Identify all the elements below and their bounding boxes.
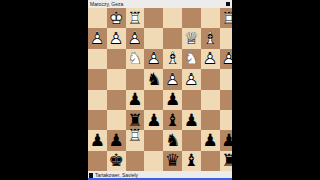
square-g1[interactable]: ♚♔: [107, 8, 126, 28]
square-a1[interactable]: ♜♖: [220, 8, 232, 28]
square-c3[interactable]: ♞♘: [182, 49, 201, 69]
white-king[interactable]: ♚♔: [109, 10, 124, 27]
white-pawn[interactable]: ♟♙: [165, 71, 180, 88]
white-rook[interactable]: ♜♖: [127, 10, 142, 27]
square-e4[interactable]: ♞: [144, 69, 163, 89]
top-player-color-icon: [226, 2, 230, 6]
square-e1[interactable]: [144, 8, 163, 28]
square-b2[interactable]: ♝♗: [201, 28, 220, 48]
square-g7[interactable]: ♟: [107, 130, 126, 150]
square-c1[interactable]: [182, 8, 201, 28]
black-bishop[interactable]: ♝: [165, 112, 180, 129]
white-knight[interactable]: ♞♘: [184, 50, 199, 67]
square-c6[interactable]: ♟: [182, 110, 201, 130]
square-e6[interactable]: ♟: [144, 110, 163, 130]
square-a7[interactable]: ♟: [220, 130, 232, 150]
square-c4[interactable]: ♟♙: [182, 69, 201, 89]
square-e8[interactable]: [144, 151, 163, 171]
square-d5[interactable]: ♟: [163, 90, 182, 110]
square-f2[interactable]: ♟♙: [126, 28, 145, 48]
square-a5[interactable]: [220, 90, 232, 110]
white-pawn[interactable]: ♟♙: [221, 50, 232, 67]
white-pawn[interactable]: ♟♙: [184, 71, 199, 88]
black-pawn[interactable]: ♟: [165, 91, 180, 108]
square-e2[interactable]: [144, 28, 163, 48]
square-a3[interactable]: ♟♙: [220, 49, 232, 69]
square-g6[interactable]: [107, 110, 126, 130]
chessboard: ♚♔♜♖♜♖♟♙♟♙♟♙♛♕♝♗♞♘♟♙♝♗♞♘♟♙♟♙♞♟♙♟♙♟♟♜♟♝♟♟…: [88, 8, 232, 171]
white-rook[interactable]: ♜♖: [221, 10, 232, 27]
square-d8[interactable]: ♛: [163, 151, 182, 171]
square-f8[interactable]: [126, 151, 145, 171]
square-a4[interactable]: [220, 69, 232, 89]
square-d7[interactable]: ♞: [163, 130, 182, 150]
square-b3[interactable]: ♟♙: [201, 49, 220, 69]
square-h5[interactable]: [88, 90, 107, 110]
square-b5[interactable]: [201, 90, 220, 110]
square-g8[interactable]: ♚: [107, 151, 126, 171]
board-viewport: ♚♔♜♖♜♖♟♙♟♙♟♙♛♕♝♗♞♘♟♙♝♗♞♘♟♙♟♙♞♟♙♟♙♟♟♜♟♝♟♟…: [88, 8, 232, 171]
square-d1[interactable]: [163, 8, 182, 28]
square-b6[interactable]: [201, 110, 220, 130]
square-g4[interactable]: [107, 69, 126, 89]
black-knight[interactable]: ♞: [146, 71, 161, 88]
square-h1[interactable]: [88, 8, 107, 28]
square-h3[interactable]: [88, 49, 107, 69]
white-pawn[interactable]: ♟♙: [146, 50, 161, 67]
black-queen[interactable]: ♛: [165, 152, 180, 169]
square-a6[interactable]: [220, 110, 232, 130]
white-bishop[interactable]: ♝♗: [165, 50, 180, 67]
square-g2[interactable]: ♟♙: [107, 28, 126, 48]
square-h2[interactable]: ♟♙: [88, 28, 107, 48]
black-pawn[interactable]: ♟: [127, 91, 142, 108]
square-c7[interactable]: [182, 130, 201, 150]
white-rook[interactable]: ♜♖: [127, 127, 142, 144]
square-c8[interactable]: ♝: [182, 151, 201, 171]
white-pawn[interactable]: ♟♙: [127, 30, 142, 47]
black-pawn[interactable]: ♟: [221, 132, 232, 149]
bottom-player-name: Tartakower, Saviely: [95, 172, 232, 178]
white-pawn[interactable]: ♟♙: [90, 30, 105, 47]
square-h4[interactable]: [88, 69, 107, 89]
square-e7[interactable]: [144, 130, 163, 150]
square-e5[interactable]: [144, 90, 163, 110]
black-rook[interactable]: ♜: [221, 152, 232, 169]
square-f5[interactable]: ♟: [126, 90, 145, 110]
square-h6[interactable]: [88, 110, 107, 130]
square-f1[interactable]: ♜♖: [126, 8, 145, 28]
black-pawn[interactable]: ♟: [109, 132, 124, 149]
square-e3[interactable]: ♟♙: [144, 49, 163, 69]
square-d3[interactable]: ♝♗: [163, 49, 182, 69]
square-d4[interactable]: ♟♙: [163, 69, 182, 89]
square-h7[interactable]: ♟: [88, 130, 107, 150]
square-a2[interactable]: [220, 28, 232, 48]
square-b1[interactable]: [201, 8, 220, 28]
black-knight[interactable]: ♞: [165, 132, 180, 149]
square-d6[interactable]: ♝: [163, 110, 182, 130]
square-b4[interactable]: [201, 69, 220, 89]
square-f4[interactable]: [126, 69, 145, 89]
square-h8[interactable]: [88, 151, 107, 171]
square-f7[interactable]: ♜♖: [126, 130, 145, 150]
black-pawn[interactable]: ♟: [90, 132, 105, 149]
progress-line: [88, 178, 232, 180]
black-bishop[interactable]: ♝: [184, 152, 199, 169]
square-f3[interactable]: ♞♘: [126, 49, 145, 69]
white-knight[interactable]: ♞♘: [127, 50, 142, 67]
square-c2[interactable]: ♛♕: [182, 28, 201, 48]
square-c5[interactable]: [182, 90, 201, 110]
square-d2[interactable]: [163, 28, 182, 48]
black-pawn[interactable]: ♟: [184, 112, 199, 129]
white-queen[interactable]: ♛♕: [184, 30, 199, 47]
square-b8[interactable]: [201, 151, 220, 171]
white-bishop[interactable]: ♝♗: [203, 30, 218, 47]
app-window: Maroczy, Geza ♚♔♜♖♜♖♟♙♟♙♟♙♛♕♝♗♞♘♟♙♝♗♞♘♟♙…: [0, 0, 320, 180]
top-player-bar: Maroczy, Geza: [88, 0, 232, 8]
white-pawn[interactable]: ♟♙: [109, 30, 124, 47]
bottom-player-color-icon: [89, 173, 93, 178]
square-g3[interactable]: [107, 49, 126, 69]
black-pawn[interactable]: ♟: [146, 112, 161, 129]
black-pawn[interactable]: ♟: [203, 132, 218, 149]
top-player-name: Maroczy, Geza: [88, 1, 226, 7]
white-pawn[interactable]: ♟♙: [203, 50, 218, 67]
square-g5[interactable]: [107, 90, 126, 110]
square-b7[interactable]: ♟: [201, 130, 220, 150]
square-a8[interactable]: ♜: [220, 151, 232, 171]
black-king[interactable]: ♚: [109, 152, 124, 169]
